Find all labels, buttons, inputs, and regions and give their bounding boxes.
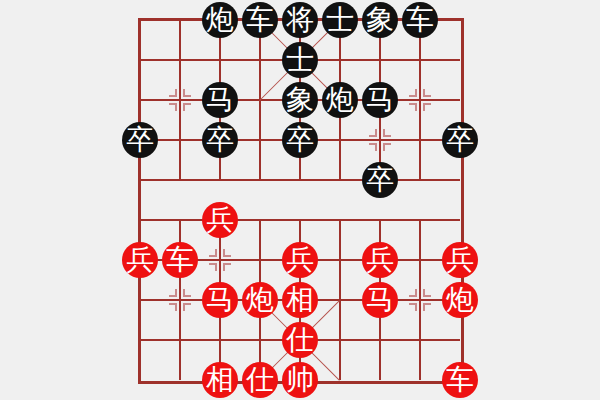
piece-red-chariot[interactable]: 车 (162, 242, 198, 278)
xiangqi-board[interactable]: 炮车将士象车士马象炮马卒卒卒卒卒兵兵车兵兵兵马炮相马炮仕相仕帅车 (140, 20, 460, 380)
piece-red-elephant[interactable]: 相 (282, 282, 318, 318)
piece-black-chariot[interactable]: 车 (402, 2, 438, 38)
point-marker-corner (183, 303, 191, 311)
piece-red-horse[interactable]: 马 (202, 282, 238, 318)
point-marker-corner (223, 263, 231, 271)
point-marker-corner (169, 289, 177, 297)
point-marker-corner (183, 289, 191, 297)
point-marker-corner (209, 249, 217, 257)
point-marker-corner (383, 143, 391, 151)
point-marker (409, 89, 431, 111)
point-marker (169, 289, 191, 311)
piece-black-advisor[interactable]: 士 (282, 42, 318, 78)
piece-red-cannon[interactable]: 炮 (242, 282, 278, 318)
piece-black-general[interactable]: 将 (282, 2, 318, 38)
piece-black-horse[interactable]: 马 (202, 82, 238, 118)
point-marker (169, 89, 191, 111)
point-marker-corner (423, 89, 431, 97)
point-marker-corner (409, 89, 417, 97)
point-marker (209, 249, 231, 271)
point-marker-corner (423, 103, 431, 111)
point-marker-corner (169, 303, 177, 311)
piece-red-soldier[interactable]: 兵 (442, 242, 478, 278)
piece-black-cannon[interactable]: 炮 (322, 82, 358, 118)
point-marker (409, 289, 431, 311)
piece-black-elephant[interactable]: 象 (362, 2, 398, 38)
point-marker-corner (423, 303, 431, 311)
piece-red-soldier[interactable]: 兵 (362, 242, 398, 278)
piece-red-cannon[interactable]: 炮 (442, 282, 478, 318)
piece-black-soldier[interactable]: 卒 (122, 122, 158, 158)
piece-red-general[interactable]: 帅 (282, 362, 318, 398)
piece-black-horse[interactable]: 马 (362, 82, 398, 118)
point-marker-corner (183, 89, 191, 97)
point-marker-corner (169, 103, 177, 111)
piece-black-elephant[interactable]: 象 (282, 82, 318, 118)
piece-black-soldier[interactable]: 卒 (282, 122, 318, 158)
point-marker-corner (409, 289, 417, 297)
point-marker-corner (183, 103, 191, 111)
point-marker-corner (409, 103, 417, 111)
piece-red-chariot[interactable]: 车 (442, 362, 478, 398)
piece-red-soldier[interactable]: 兵 (122, 242, 158, 278)
point-marker-corner (369, 143, 377, 151)
piece-black-advisor[interactable]: 士 (322, 2, 358, 38)
piece-red-soldier[interactable]: 兵 (282, 242, 318, 278)
point-marker-corner (223, 249, 231, 257)
piece-black-soldier[interactable]: 卒 (442, 122, 478, 158)
piece-red-elephant[interactable]: 相 (202, 362, 238, 398)
point-marker-corner (169, 89, 177, 97)
piece-red-advisor[interactable]: 仕 (242, 362, 278, 398)
piece-black-cannon[interactable]: 炮 (202, 2, 238, 38)
piece-black-soldier[interactable]: 卒 (202, 122, 238, 158)
piece-red-soldier[interactable]: 兵 (202, 202, 238, 238)
point-marker-corner (423, 289, 431, 297)
point-marker-corner (209, 263, 217, 271)
piece-red-horse[interactable]: 马 (362, 282, 398, 318)
point-marker-corner (383, 129, 391, 137)
point-marker-corner (409, 303, 417, 311)
xiangqi-app: 炮车将士象车士马象炮马卒卒卒卒卒兵兵车兵兵兵马炮相马炮仕相仕帅车 (0, 0, 600, 400)
piece-black-soldier[interactable]: 卒 (362, 162, 398, 198)
point-marker-corner (369, 129, 377, 137)
piece-black-chariot[interactable]: 车 (242, 2, 278, 38)
piece-red-advisor[interactable]: 仕 (282, 322, 318, 358)
point-marker (369, 129, 391, 151)
